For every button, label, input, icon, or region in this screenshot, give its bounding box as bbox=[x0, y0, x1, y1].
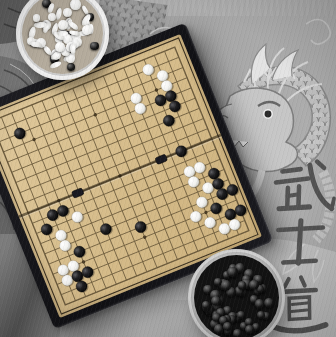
bowl-stone-black[interactable] bbox=[264, 298, 273, 307]
bowl-stone-black[interactable] bbox=[223, 322, 232, 331]
bowl-stone-black[interactable] bbox=[237, 311, 245, 319]
stone-black[interactable] bbox=[72, 244, 87, 259]
black-stones-pile[interactable] bbox=[194, 255, 279, 337]
stone-black[interactable] bbox=[99, 222, 114, 237]
bowl-stone-white[interactable] bbox=[48, 13, 56, 21]
go-scene bbox=[0, 0, 336, 337]
stone-white[interactable] bbox=[203, 215, 218, 230]
star-point bbox=[154, 88, 158, 92]
star-point bbox=[32, 137, 36, 141]
white-stones-pile[interactable] bbox=[22, 0, 103, 74]
bowl-stone-black[interactable] bbox=[227, 267, 238, 278]
stone-white[interactable] bbox=[70, 210, 85, 225]
stone-white[interactable] bbox=[141, 62, 156, 77]
bowl-stone-black[interactable] bbox=[221, 280, 231, 290]
hinge-tab bbox=[71, 188, 84, 199]
stone-black[interactable] bbox=[133, 220, 148, 235]
stone-black[interactable] bbox=[39, 222, 54, 237]
stone-white[interactable] bbox=[188, 209, 203, 224]
bowl-stone-black[interactable] bbox=[255, 299, 265, 309]
bowl-stone-black[interactable] bbox=[67, 63, 75, 71]
stone-black[interactable] bbox=[12, 126, 27, 141]
black-stones-bowl[interactable] bbox=[188, 249, 285, 337]
star-point bbox=[81, 260, 85, 264]
stone-white[interactable] bbox=[195, 195, 210, 210]
star-point bbox=[204, 210, 208, 214]
stone-black[interactable] bbox=[162, 113, 177, 128]
bowl-stone-white[interactable] bbox=[55, 42, 65, 52]
stone-black[interactable] bbox=[174, 144, 189, 159]
kanji-bu bbox=[275, 160, 335, 211]
bowl-stone-white[interactable] bbox=[70, 0, 80, 10]
stone-black[interactable] bbox=[209, 201, 224, 216]
bowl-stone-white[interactable] bbox=[33, 14, 41, 22]
bowl-stone-black[interactable] bbox=[90, 42, 99, 51]
bowl-stone-white[interactable] bbox=[68, 20, 79, 30]
dragon-eye bbox=[264, 110, 272, 118]
hinge-tab bbox=[155, 154, 168, 165]
star-point bbox=[143, 235, 147, 239]
bowl-stone-black[interactable] bbox=[233, 329, 242, 337]
star-point bbox=[93, 113, 97, 117]
bowl-stone-black[interactable] bbox=[238, 281, 247, 290]
kanji-shi bbox=[277, 220, 323, 264]
bowl-stone-white[interactable] bbox=[63, 8, 72, 17]
bowl-stone-black[interactable] bbox=[249, 280, 259, 290]
